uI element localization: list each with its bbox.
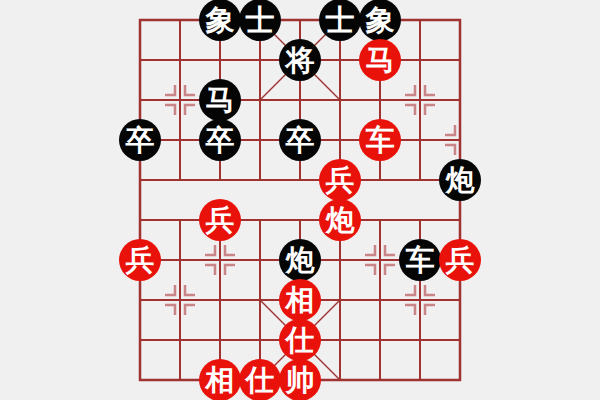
xiangqi-app: 象士士象将马卒卒卒炮炮车马车兵兵炮兵兵相仕相仕帅	[0, 0, 600, 400]
piece-black-advisor[interactable]: 士	[319, 0, 361, 41]
piece-black-cannon[interactable]: 炮	[439, 159, 481, 201]
piece-red-soldier[interactable]: 兵	[439, 239, 481, 281]
piece-red-soldier[interactable]: 兵	[119, 239, 161, 281]
piece-red-advisor[interactable]: 仕	[279, 319, 321, 361]
xiangqi-board: 象士士象将马卒卒卒炮炮车马车兵兵炮兵兵相仕相仕帅	[120, 0, 480, 400]
piece-black-advisor[interactable]: 士	[239, 0, 281, 41]
piece-black-soldier[interactable]: 卒	[199, 119, 241, 161]
piece-red-elephant[interactable]: 相	[199, 359, 241, 400]
piece-red-soldier[interactable]: 兵	[319, 159, 361, 201]
piece-black-horse[interactable]: 马	[199, 79, 241, 121]
piece-red-elephant[interactable]: 相	[279, 279, 321, 321]
piece-red-horse[interactable]: 马	[359, 39, 401, 81]
piece-red-soldier[interactable]: 兵	[199, 199, 241, 241]
piece-black-elephant[interactable]: 象	[359, 0, 401, 41]
piece-black-elephant[interactable]: 象	[199, 0, 241, 41]
piece-black-soldier[interactable]: 卒	[119, 119, 161, 161]
piece-red-advisor[interactable]: 仕	[239, 359, 281, 400]
piece-black-general[interactable]: 将	[279, 39, 321, 81]
piece-red-chariot[interactable]: 车	[359, 119, 401, 161]
piece-red-cannon[interactable]: 炮	[319, 199, 361, 241]
piece-red-general[interactable]: 帅	[279, 359, 321, 400]
piece-black-soldier[interactable]: 卒	[279, 119, 321, 161]
piece-black-chariot[interactable]: 车	[399, 239, 441, 281]
piece-black-cannon[interactable]: 炮	[279, 239, 321, 281]
